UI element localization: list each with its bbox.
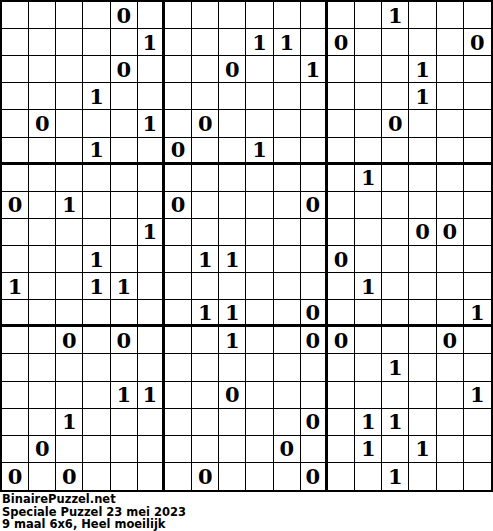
- cell-r17c8[interactable]: [192, 436, 219, 463]
- cell-r14c16[interactable]: [409, 354, 436, 381]
- cell-r6c2[interactable]: [29, 138, 56, 165]
- cell-r6c11[interactable]: [274, 138, 301, 165]
- cell-r9c3[interactable]: [56, 219, 83, 246]
- cell-r18c1[interactable]: 0: [2, 463, 29, 490]
- cell-r8c6[interactable]: [138, 192, 165, 219]
- cell-r6c5[interactable]: [111, 138, 138, 165]
- cell-r12c2[interactable]: [29, 300, 56, 327]
- cell-r15c12[interactable]: [301, 382, 328, 409]
- cell-r11c5[interactable]: 1: [111, 273, 138, 300]
- cell-r18c6[interactable]: [138, 463, 165, 490]
- cell-r3c11[interactable]: [274, 56, 301, 83]
- cell-r15c7[interactable]: [165, 382, 192, 409]
- cell-r2c17[interactable]: [437, 29, 464, 56]
- cell-r11c3[interactable]: [56, 273, 83, 300]
- cell-r9c15[interactable]: [382, 219, 409, 246]
- cell-r8c4[interactable]: [83, 192, 110, 219]
- cell-r11c10[interactable]: [246, 273, 273, 300]
- cell-r11c9[interactable]: [219, 273, 246, 300]
- cell-r3c17[interactable]: [437, 56, 464, 83]
- cell-r1c3[interactable]: [56, 2, 83, 29]
- cell-r11c6[interactable]: [138, 273, 165, 300]
- cell-r15c4[interactable]: [83, 382, 110, 409]
- cell-r9c14[interactable]: [355, 219, 382, 246]
- cell-r10c16[interactable]: [409, 246, 436, 273]
- cell-r1c8[interactable]: [192, 2, 219, 29]
- cell-r1c18[interactable]: [464, 2, 491, 29]
- cell-r5c14[interactable]: [355, 110, 382, 137]
- cell-r16c7[interactable]: [165, 409, 192, 436]
- cell-r17c6[interactable]: [138, 436, 165, 463]
- cell-r13c6[interactable]: [138, 327, 165, 354]
- cell-r14c1[interactable]: [2, 354, 29, 381]
- cell-r18c16[interactable]: [409, 463, 436, 490]
- cell-r6c3[interactable]: [56, 138, 83, 165]
- cell-r11c7[interactable]: [165, 273, 192, 300]
- cell-r10c10[interactable]: [246, 246, 273, 273]
- cell-r9c6[interactable]: 1: [138, 219, 165, 246]
- cell-r6c12[interactable]: [301, 138, 328, 165]
- cell-r14c8[interactable]: [192, 354, 219, 381]
- cell-r2c13[interactable]: 0: [328, 29, 355, 56]
- cell-r3c8[interactable]: [192, 56, 219, 83]
- cell-r18c5[interactable]: [111, 463, 138, 490]
- cell-r12c4[interactable]: [83, 300, 110, 327]
- cell-r11c4[interactable]: 1: [83, 273, 110, 300]
- cell-r9c13[interactable]: [328, 219, 355, 246]
- cell-r7c4[interactable]: [83, 165, 110, 192]
- cell-r5c4[interactable]: [83, 110, 110, 137]
- cell-r15c15[interactable]: [382, 382, 409, 409]
- cell-r17c5[interactable]: [111, 436, 138, 463]
- cell-r12c10[interactable]: [246, 300, 273, 327]
- cell-r3c1[interactable]: [2, 56, 29, 83]
- cell-r3c15[interactable]: [382, 56, 409, 83]
- cell-r5c16[interactable]: [409, 110, 436, 137]
- cell-r16c9[interactable]: [219, 409, 246, 436]
- cell-r11c8[interactable]: [192, 273, 219, 300]
- cell-r3c9[interactable]: 0: [219, 56, 246, 83]
- cell-r4c14[interactable]: [355, 83, 382, 110]
- cell-r9c1[interactable]: [2, 219, 29, 246]
- cell-r6c17[interactable]: [437, 138, 464, 165]
- cell-r3c5[interactable]: 0: [111, 56, 138, 83]
- cell-r2c7[interactable]: [165, 29, 192, 56]
- cell-r12c5[interactable]: [111, 300, 138, 327]
- cell-r15c13[interactable]: [328, 382, 355, 409]
- cell-r18c13[interactable]: [328, 463, 355, 490]
- cell-r15c8[interactable]: [192, 382, 219, 409]
- cell-r1c4[interactable]: [83, 2, 110, 29]
- cell-r7c15[interactable]: [382, 165, 409, 192]
- cell-r16c17[interactable]: [437, 409, 464, 436]
- cell-r12c15[interactable]: [382, 300, 409, 327]
- cell-r3c7[interactable]: [165, 56, 192, 83]
- cell-r6c8[interactable]: [192, 138, 219, 165]
- cell-r15c3[interactable]: [56, 382, 83, 409]
- cell-r1c12[interactable]: [301, 2, 328, 29]
- cell-r14c14[interactable]: [355, 354, 382, 381]
- cell-r10c15[interactable]: [382, 246, 409, 273]
- cell-r8c14[interactable]: [355, 192, 382, 219]
- cell-r13c16[interactable]: [409, 327, 436, 354]
- cell-r2c15[interactable]: [382, 29, 409, 56]
- cell-r7c16[interactable]: [409, 165, 436, 192]
- cell-r2c8[interactable]: [192, 29, 219, 56]
- cell-r12c8[interactable]: 1: [192, 300, 219, 327]
- cell-r16c3[interactable]: 1: [56, 409, 83, 436]
- cell-r12c18[interactable]: 1: [464, 300, 491, 327]
- cell-r9c17[interactable]: 0: [437, 219, 464, 246]
- cell-r10c17[interactable]: [437, 246, 464, 273]
- cell-r15c18[interactable]: 1: [464, 382, 491, 409]
- cell-r10c8[interactable]: 1: [192, 246, 219, 273]
- cell-r1c10[interactable]: [246, 2, 273, 29]
- cell-r13c8[interactable]: [192, 327, 219, 354]
- cell-r18c3[interactable]: 0: [56, 463, 83, 490]
- cell-r7c7[interactable]: [165, 165, 192, 192]
- cell-r11c18[interactable]: [464, 273, 491, 300]
- cell-r13c9[interactable]: 1: [219, 327, 246, 354]
- cell-r18c9[interactable]: [219, 463, 246, 490]
- cell-r7c3[interactable]: [56, 165, 83, 192]
- cell-r13c13[interactable]: 0: [328, 327, 355, 354]
- cell-r13c15[interactable]: [382, 327, 409, 354]
- cell-r7c10[interactable]: [246, 165, 273, 192]
- cell-r11c11[interactable]: [274, 273, 301, 300]
- cell-r4c5[interactable]: [111, 83, 138, 110]
- cell-r8c10[interactable]: [246, 192, 273, 219]
- cell-r1c5[interactable]: 0: [111, 2, 138, 29]
- cell-r3c18[interactable]: [464, 56, 491, 83]
- cell-r2c1[interactable]: [2, 29, 29, 56]
- cell-r15c14[interactable]: [355, 382, 382, 409]
- cell-r12c6[interactable]: [138, 300, 165, 327]
- cell-r8c15[interactable]: [382, 192, 409, 219]
- cell-r14c13[interactable]: [328, 354, 355, 381]
- cell-r11c16[interactable]: [409, 273, 436, 300]
- cell-r10c6[interactable]: [138, 246, 165, 273]
- cell-r8c11[interactable]: [274, 192, 301, 219]
- cell-r12c3[interactable]: [56, 300, 83, 327]
- cell-r13c3[interactable]: 0: [56, 327, 83, 354]
- cell-r10c3[interactable]: [56, 246, 83, 273]
- cell-r6c9[interactable]: [219, 138, 246, 165]
- cell-r4c13[interactable]: [328, 83, 355, 110]
- cell-r6c10[interactable]: 1: [246, 138, 273, 165]
- cell-r12c16[interactable]: [409, 300, 436, 327]
- cell-r14c17[interactable]: [437, 354, 464, 381]
- cell-r7c18[interactable]: [464, 165, 491, 192]
- cell-r9c10[interactable]: [246, 219, 273, 246]
- cell-r6c13[interactable]: [328, 138, 355, 165]
- cell-r17c17[interactable]: [437, 436, 464, 463]
- cell-r8c16[interactable]: [409, 192, 436, 219]
- cell-r12c7[interactable]: [165, 300, 192, 327]
- cell-r17c11[interactable]: 0: [274, 436, 301, 463]
- cell-r11c12[interactable]: [301, 273, 328, 300]
- cell-r13c5[interactable]: 0: [111, 327, 138, 354]
- cell-r13c14[interactable]: [355, 327, 382, 354]
- cell-r3c12[interactable]: 1: [301, 56, 328, 83]
- cell-r8c12[interactable]: 0: [301, 192, 328, 219]
- cell-r4c12[interactable]: [301, 83, 328, 110]
- cell-r7c13[interactable]: [328, 165, 355, 192]
- cell-r4c8[interactable]: [192, 83, 219, 110]
- cell-r4c4[interactable]: 1: [83, 83, 110, 110]
- cell-r7c9[interactable]: [219, 165, 246, 192]
- cell-r13c11[interactable]: [274, 327, 301, 354]
- cell-r17c7[interactable]: [165, 436, 192, 463]
- cell-r13c4[interactable]: [83, 327, 110, 354]
- cell-r16c16[interactable]: [409, 409, 436, 436]
- cell-r12c14[interactable]: [355, 300, 382, 327]
- cell-r3c10[interactable]: [246, 56, 273, 83]
- cell-r17c16[interactable]: 1: [409, 436, 436, 463]
- cell-r15c5[interactable]: 1: [111, 382, 138, 409]
- cell-r11c13[interactable]: [328, 273, 355, 300]
- cell-r8c3[interactable]: 1: [56, 192, 83, 219]
- cell-r15c16[interactable]: [409, 382, 436, 409]
- cell-r11c1[interactable]: 1: [2, 273, 29, 300]
- cell-r2c16[interactable]: [409, 29, 436, 56]
- cell-r3c4[interactable]: [83, 56, 110, 83]
- cell-r6c7[interactable]: 0: [165, 138, 192, 165]
- cell-r2c4[interactable]: [83, 29, 110, 56]
- cell-r7c12[interactable]: [301, 165, 328, 192]
- cell-r5c17[interactable]: [437, 110, 464, 137]
- cell-r8c18[interactable]: [464, 192, 491, 219]
- cell-r15c11[interactable]: [274, 382, 301, 409]
- cell-r2c6[interactable]: 1: [138, 29, 165, 56]
- cell-r15c10[interactable]: [246, 382, 273, 409]
- cell-r4c16[interactable]: 1: [409, 83, 436, 110]
- cell-r13c1[interactable]: [2, 327, 29, 354]
- cell-r5c10[interactable]: [246, 110, 273, 137]
- cell-r6c1[interactable]: [2, 138, 29, 165]
- cell-r11c17[interactable]: [437, 273, 464, 300]
- cell-r3c6[interactable]: [138, 56, 165, 83]
- cell-r17c15[interactable]: [382, 436, 409, 463]
- cell-r10c9[interactable]: 1: [219, 246, 246, 273]
- cell-r1c1[interactable]: [2, 2, 29, 29]
- cell-r5c13[interactable]: [328, 110, 355, 137]
- cell-r12c13[interactable]: [328, 300, 355, 327]
- cell-r8c8[interactable]: [192, 192, 219, 219]
- cell-r10c13[interactable]: 0: [328, 246, 355, 273]
- cell-r13c18[interactable]: [464, 327, 491, 354]
- cell-r6c15[interactable]: [382, 138, 409, 165]
- cell-r16c8[interactable]: [192, 409, 219, 436]
- cell-r9c9[interactable]: [219, 219, 246, 246]
- cell-r12c17[interactable]: [437, 300, 464, 327]
- cell-r3c2[interactable]: [29, 56, 56, 83]
- cell-r18c8[interactable]: 0: [192, 463, 219, 490]
- cell-r3c3[interactable]: [56, 56, 83, 83]
- cell-r16c18[interactable]: [464, 409, 491, 436]
- cell-r8c5[interactable]: [111, 192, 138, 219]
- cell-r5c7[interactable]: [165, 110, 192, 137]
- cell-r7c8[interactable]: [192, 165, 219, 192]
- cell-r4c2[interactable]: [29, 83, 56, 110]
- cell-r14c7[interactable]: [165, 354, 192, 381]
- cell-r18c17[interactable]: [437, 463, 464, 490]
- cell-r2c5[interactable]: [111, 29, 138, 56]
- cell-r14c6[interactable]: [138, 354, 165, 381]
- cell-r6c4[interactable]: 1: [83, 138, 110, 165]
- cell-r17c13[interactable]: [328, 436, 355, 463]
- cell-r4c3[interactable]: [56, 83, 83, 110]
- cell-r4c7[interactable]: [165, 83, 192, 110]
- cell-r15c9[interactable]: 0: [219, 382, 246, 409]
- cell-r12c12[interactable]: 0: [301, 300, 328, 327]
- cell-r18c18[interactable]: [464, 463, 491, 490]
- cell-r14c11[interactable]: [274, 354, 301, 381]
- cell-r16c14[interactable]: 1: [355, 409, 382, 436]
- cell-r17c1[interactable]: [2, 436, 29, 463]
- cell-r8c2[interactable]: [29, 192, 56, 219]
- cell-r14c9[interactable]: [219, 354, 246, 381]
- cell-r2c14[interactable]: [355, 29, 382, 56]
- cell-r16c12[interactable]: 0: [301, 409, 328, 436]
- cell-r2c3[interactable]: [56, 29, 83, 56]
- cell-r15c17[interactable]: [437, 382, 464, 409]
- cell-r10c14[interactable]: [355, 246, 382, 273]
- cell-r3c13[interactable]: [328, 56, 355, 83]
- cell-r7c1[interactable]: [2, 165, 29, 192]
- cell-r13c2[interactable]: [29, 327, 56, 354]
- cell-r11c14[interactable]: 1: [355, 273, 382, 300]
- cell-r7c17[interactable]: [437, 165, 464, 192]
- cell-r18c12[interactable]: 0: [301, 463, 328, 490]
- cell-r9c8[interactable]: [192, 219, 219, 246]
- cell-r17c14[interactable]: 1: [355, 436, 382, 463]
- cell-r16c10[interactable]: [246, 409, 273, 436]
- cell-r9c4[interactable]: [83, 219, 110, 246]
- cell-r11c15[interactable]: [382, 273, 409, 300]
- cell-r16c6[interactable]: [138, 409, 165, 436]
- cell-r13c17[interactable]: 0: [437, 327, 464, 354]
- cell-r17c9[interactable]: [219, 436, 246, 463]
- cell-r10c11[interactable]: [274, 246, 301, 273]
- cell-r16c1[interactable]: [2, 409, 29, 436]
- cell-r18c14[interactable]: [355, 463, 382, 490]
- cell-r5c6[interactable]: 1: [138, 110, 165, 137]
- cell-r8c7[interactable]: 0: [165, 192, 192, 219]
- cell-r5c9[interactable]: [219, 110, 246, 137]
- cell-r3c16[interactable]: 1: [409, 56, 436, 83]
- cell-r1c13[interactable]: [328, 2, 355, 29]
- cell-r13c7[interactable]: [165, 327, 192, 354]
- cell-r14c18[interactable]: [464, 354, 491, 381]
- cell-r7c6[interactable]: [138, 165, 165, 192]
- cell-r17c4[interactable]: [83, 436, 110, 463]
- cell-r6c14[interactable]: [355, 138, 382, 165]
- cell-r2c9[interactable]: [219, 29, 246, 56]
- cell-r4c10[interactable]: [246, 83, 273, 110]
- cell-r4c15[interactable]: [382, 83, 409, 110]
- cell-r9c2[interactable]: [29, 219, 56, 246]
- cell-r17c3[interactable]: [56, 436, 83, 463]
- cell-r14c12[interactable]: [301, 354, 328, 381]
- cell-r5c11[interactable]: [274, 110, 301, 137]
- cell-r2c18[interactable]: 0: [464, 29, 491, 56]
- cell-r12c9[interactable]: 1: [219, 300, 246, 327]
- cell-r9c18[interactable]: [464, 219, 491, 246]
- cell-r5c12[interactable]: [301, 110, 328, 137]
- cell-r11c2[interactable]: [29, 273, 56, 300]
- cell-r15c6[interactable]: 1: [138, 382, 165, 409]
- cell-r4c17[interactable]: [437, 83, 464, 110]
- cell-r8c17[interactable]: [437, 192, 464, 219]
- cell-r9c11[interactable]: [274, 219, 301, 246]
- cell-r13c10[interactable]: [246, 327, 273, 354]
- cell-r2c10[interactable]: 1: [246, 29, 273, 56]
- cell-r1c16[interactable]: [409, 2, 436, 29]
- cell-r10c4[interactable]: 1: [83, 246, 110, 273]
- cell-r18c4[interactable]: [83, 463, 110, 490]
- cell-r1c6[interactable]: [138, 2, 165, 29]
- cell-r10c5[interactable]: [111, 246, 138, 273]
- cell-r16c15[interactable]: 1: [382, 409, 409, 436]
- cell-r1c14[interactable]: [355, 2, 382, 29]
- cell-r4c18[interactable]: [464, 83, 491, 110]
- cell-r5c8[interactable]: 0: [192, 110, 219, 137]
- cell-r10c18[interactable]: [464, 246, 491, 273]
- cell-r10c12[interactable]: [301, 246, 328, 273]
- cell-r18c2[interactable]: [29, 463, 56, 490]
- cell-r1c17[interactable]: [437, 2, 464, 29]
- cell-r2c11[interactable]: 1: [274, 29, 301, 56]
- cell-r9c12[interactable]: [301, 219, 328, 246]
- cell-r9c16[interactable]: 0: [409, 219, 436, 246]
- cell-r1c7[interactable]: [165, 2, 192, 29]
- cell-r10c1[interactable]: [2, 246, 29, 273]
- cell-r18c15[interactable]: 1: [382, 463, 409, 490]
- cell-r12c11[interactable]: [274, 300, 301, 327]
- cell-r14c3[interactable]: [56, 354, 83, 381]
- cell-r18c10[interactable]: [246, 463, 273, 490]
- cell-r7c14[interactable]: 1: [355, 165, 382, 192]
- cell-r1c11[interactable]: [274, 2, 301, 29]
- cell-r6c6[interactable]: [138, 138, 165, 165]
- cell-r5c15[interactable]: 0: [382, 110, 409, 137]
- cell-r7c2[interactable]: [29, 165, 56, 192]
- cell-r4c11[interactable]: [274, 83, 301, 110]
- cell-r4c1[interactable]: [2, 83, 29, 110]
- cell-r16c13[interactable]: [328, 409, 355, 436]
- cell-r5c2[interactable]: 0: [29, 110, 56, 137]
- cell-r16c11[interactable]: [274, 409, 301, 436]
- cell-r13c12[interactable]: 0: [301, 327, 328, 354]
- cell-r14c4[interactable]: [83, 354, 110, 381]
- cell-r9c5[interactable]: [111, 219, 138, 246]
- cell-r17c18[interactable]: [464, 436, 491, 463]
- cell-r17c10[interactable]: [246, 436, 273, 463]
- cell-r1c2[interactable]: [29, 2, 56, 29]
- cell-r15c2[interactable]: [29, 382, 56, 409]
- cell-r14c10[interactable]: [246, 354, 273, 381]
- cell-r14c15[interactable]: 1: [382, 354, 409, 381]
- cell-r10c7[interactable]: [165, 246, 192, 273]
- cell-r2c12[interactable]: [301, 29, 328, 56]
- cell-r6c18[interactable]: [464, 138, 491, 165]
- cell-r5c18[interactable]: [464, 110, 491, 137]
- cell-r8c1[interactable]: 0: [2, 192, 29, 219]
- cell-r10c2[interactable]: [29, 246, 56, 273]
- cell-r2c2[interactable]: [29, 29, 56, 56]
- cell-r6c16[interactable]: [409, 138, 436, 165]
